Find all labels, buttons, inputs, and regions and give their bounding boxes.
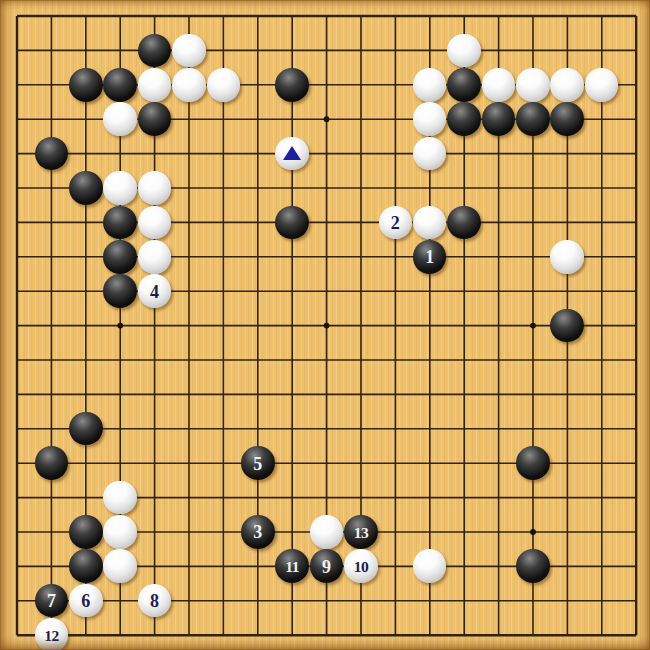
- move-number-6: 6: [81, 591, 90, 610]
- black-stone: [447, 206, 481, 240]
- black-stone: 9: [310, 549, 344, 583]
- move-number-13: 13: [354, 524, 369, 541]
- move-number-1: 1: [425, 247, 434, 266]
- black-stone: [35, 446, 69, 480]
- black-stone: [482, 102, 516, 136]
- white-stone: [103, 515, 137, 549]
- black-stone: [516, 549, 550, 583]
- black-stone: 5: [241, 446, 275, 480]
- move-number-12: 12: [44, 627, 59, 644]
- move-number-11: 11: [285, 558, 299, 575]
- white-stone: [413, 206, 447, 240]
- black-stone: [138, 102, 172, 136]
- black-stone: [103, 274, 137, 308]
- white-stone: [172, 34, 206, 68]
- white-stone: 4: [138, 274, 172, 308]
- white-stone: [138, 68, 172, 102]
- black-stone: 3: [241, 515, 275, 549]
- move-number-9: 9: [322, 557, 331, 576]
- white-stone: [310, 515, 344, 549]
- black-stone: [69, 171, 103, 205]
- black-stone: [69, 68, 103, 102]
- white-stone: [103, 171, 137, 205]
- black-stone: [69, 515, 103, 549]
- black-stone: 11: [275, 549, 309, 583]
- white-stone: [172, 68, 206, 102]
- black-stone: [103, 206, 137, 240]
- black-stone: [138, 34, 172, 68]
- black-stone: [550, 309, 584, 343]
- move-number-2: 2: [391, 213, 400, 232]
- white-stone: 12: [35, 618, 69, 650]
- stones-layer: 21453131191076812: [0, 0, 650, 650]
- black-stone: 7: [35, 584, 69, 618]
- black-stone: [103, 240, 137, 274]
- black-stone: [447, 102, 481, 136]
- white-stone: [413, 102, 447, 136]
- move-number-8: 8: [150, 591, 159, 610]
- black-stone: [516, 446, 550, 480]
- white-stone: 8: [138, 584, 172, 618]
- go-board[interactable]: 21453131191076812: [0, 0, 650, 650]
- black-stone: [103, 68, 137, 102]
- black-stone: [35, 137, 69, 171]
- black-stone: [447, 68, 481, 102]
- white-stone: [413, 549, 447, 583]
- white-stone: [103, 481, 137, 515]
- move-number-10: 10: [354, 558, 369, 575]
- black-stone: 1: [413, 240, 447, 274]
- white-stone: 2: [379, 206, 413, 240]
- move-number-4: 4: [150, 282, 159, 301]
- move-number-3: 3: [253, 522, 262, 541]
- white-stone: [516, 68, 550, 102]
- black-stone: [516, 102, 550, 136]
- black-stone: [550, 102, 584, 136]
- move-number-5: 5: [253, 454, 262, 473]
- white-stone: [550, 240, 584, 274]
- triangle-marker: [283, 146, 301, 160]
- white-stone: [138, 206, 172, 240]
- white-stone: [138, 171, 172, 205]
- white-stone: [138, 240, 172, 274]
- move-number-7: 7: [47, 591, 56, 610]
- white-stone: 6: [69, 584, 103, 618]
- white-stone: [207, 68, 241, 102]
- black-stone: [69, 412, 103, 446]
- white-stone: [103, 549, 137, 583]
- black-stone: [69, 549, 103, 583]
- white-stone: [447, 34, 481, 68]
- black-stone: [275, 68, 309, 102]
- white-stone: [413, 68, 447, 102]
- white-stone: 10: [344, 549, 378, 583]
- white-stone: [585, 68, 619, 102]
- white-stone: [482, 68, 516, 102]
- white-stone: [275, 137, 309, 171]
- white-stone: [550, 68, 584, 102]
- white-stone: [413, 137, 447, 171]
- black-stone: 13: [344, 515, 378, 549]
- white-stone: [103, 102, 137, 136]
- black-stone: [275, 206, 309, 240]
